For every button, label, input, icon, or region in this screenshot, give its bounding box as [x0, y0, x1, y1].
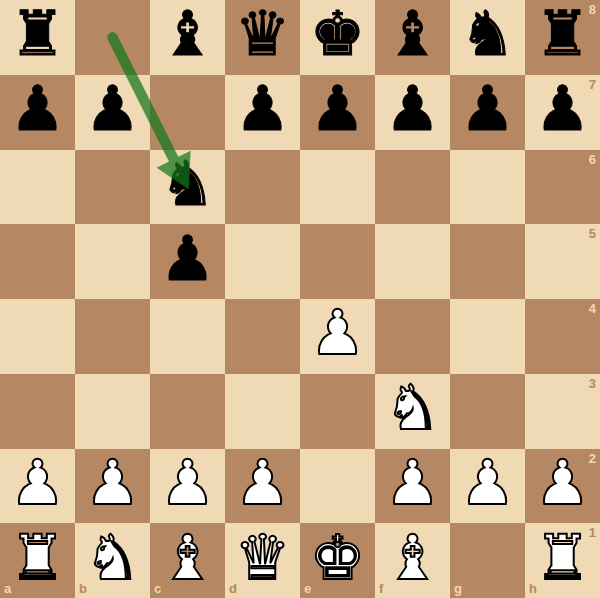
file-label-f: f: [379, 582, 383, 595]
square-c5[interactable]: ♟: [150, 224, 225, 299]
white-pawn-b2[interactable]: ♟: [85, 452, 141, 514]
black-rook-a8[interactable]: ♜: [10, 3, 66, 65]
square-f1[interactable]: f♝: [375, 523, 450, 598]
square-f6[interactable]: [375, 150, 450, 225]
square-e2[interactable]: [300, 449, 375, 524]
square-g7[interactable]: ♟: [450, 75, 525, 150]
square-f7[interactable]: ♟: [375, 75, 450, 150]
white-knight-b1[interactable]: ♞: [85, 527, 141, 589]
black-knight-c6[interactable]: ♞: [160, 153, 216, 215]
black-pawn-b7[interactable]: ♟: [85, 78, 141, 140]
square-c1[interactable]: c♝: [150, 523, 225, 598]
black-rook-h8[interactable]: ♜: [535, 3, 591, 65]
square-c8[interactable]: ♝: [150, 0, 225, 75]
black-pawn-f7[interactable]: ♟: [385, 78, 441, 140]
square-d5[interactable]: [225, 224, 300, 299]
black-knight-g8[interactable]: ♞: [460, 3, 516, 65]
rank-label-3: 3: [589, 377, 596, 390]
rank-label-4: 4: [589, 302, 596, 315]
square-g8[interactable]: ♞: [450, 0, 525, 75]
square-e4[interactable]: ♟: [300, 299, 375, 374]
square-f8[interactable]: ♝: [375, 0, 450, 75]
white-pawn-f2[interactable]: ♟: [385, 452, 441, 514]
square-a6[interactable]: [0, 150, 75, 225]
square-c7[interactable]: [150, 75, 225, 150]
square-h2[interactable]: 2♟: [525, 449, 600, 524]
square-a4[interactable]: [0, 299, 75, 374]
square-d3[interactable]: [225, 374, 300, 449]
square-f4[interactable]: [375, 299, 450, 374]
square-h4[interactable]: 4: [525, 299, 600, 374]
square-d7[interactable]: ♟: [225, 75, 300, 150]
square-h7[interactable]: 7♟: [525, 75, 600, 150]
white-pawn-a2[interactable]: ♟: [10, 452, 66, 514]
white-queen-d1[interactable]: ♛: [235, 527, 291, 589]
black-pawn-g7[interactable]: ♟: [460, 78, 516, 140]
board-grid: ♜♝♛♚♝♞8♜♟♟♟♟♟♟7♟♞6♟5♟4♞3♟♟♟♟♟♟2♟a♜b♞c♝d♛…: [0, 0, 600, 598]
black-king-e8[interactable]: ♚: [310, 3, 366, 65]
black-bishop-f8[interactable]: ♝: [385, 3, 441, 65]
black-pawn-e7[interactable]: ♟: [310, 78, 366, 140]
square-b5[interactable]: [75, 224, 150, 299]
white-rook-h1[interactable]: ♜: [535, 527, 591, 589]
square-e6[interactable]: [300, 150, 375, 225]
black-pawn-a7[interactable]: ♟: [10, 78, 66, 140]
square-c3[interactable]: [150, 374, 225, 449]
square-e1[interactable]: e♚: [300, 523, 375, 598]
square-d4[interactable]: [225, 299, 300, 374]
square-a8[interactable]: ♜: [0, 0, 75, 75]
black-pawn-h7[interactable]: ♟: [535, 78, 591, 140]
square-e7[interactable]: ♟: [300, 75, 375, 150]
white-pawn-c2[interactable]: ♟: [160, 452, 216, 514]
file-label-g: g: [454, 582, 462, 595]
rank-label-6: 6: [589, 153, 596, 166]
square-e8[interactable]: ♚: [300, 0, 375, 75]
white-bishop-c1[interactable]: ♝: [160, 527, 216, 589]
square-g4[interactable]: [450, 299, 525, 374]
square-f5[interactable]: [375, 224, 450, 299]
square-h6[interactable]: 6: [525, 150, 600, 225]
square-b3[interactable]: [75, 374, 150, 449]
square-g2[interactable]: ♟: [450, 449, 525, 524]
white-king-e1[interactable]: ♚: [310, 527, 366, 589]
square-a2[interactable]: ♟: [0, 449, 75, 524]
square-b1[interactable]: b♞: [75, 523, 150, 598]
white-pawn-e4[interactable]: ♟: [310, 302, 366, 364]
square-g3[interactable]: [450, 374, 525, 449]
black-pawn-d7[interactable]: ♟: [235, 78, 291, 140]
square-g5[interactable]: [450, 224, 525, 299]
black-bishop-c8[interactable]: ♝: [160, 3, 216, 65]
white-rook-a1[interactable]: ♜: [10, 527, 66, 589]
square-a1[interactable]: a♜: [0, 523, 75, 598]
white-knight-f3[interactable]: ♞: [385, 377, 441, 439]
square-h5[interactable]: 5: [525, 224, 600, 299]
black-queen-d8[interactable]: ♛: [235, 3, 291, 65]
square-g1[interactable]: g: [450, 523, 525, 598]
rank-label-5: 5: [589, 227, 596, 240]
square-b4[interactable]: [75, 299, 150, 374]
square-c6[interactable]: ♞: [150, 150, 225, 225]
square-e5[interactable]: [300, 224, 375, 299]
square-b7[interactable]: ♟: [75, 75, 150, 150]
chess-board: ♜♝♛♚♝♞8♜♟♟♟♟♟♟7♟♞6♟5♟4♞3♟♟♟♟♟♟2♟a♜b♞c♝d♛…: [0, 0, 600, 598]
square-c4[interactable]: [150, 299, 225, 374]
white-bishop-f1[interactable]: ♝: [385, 527, 441, 589]
square-h1[interactable]: 1h♜: [525, 523, 600, 598]
square-g6[interactable]: [450, 150, 525, 225]
square-a7[interactable]: ♟: [0, 75, 75, 150]
square-c2[interactable]: ♟: [150, 449, 225, 524]
black-pawn-c5[interactable]: ♟: [160, 228, 216, 290]
square-d1[interactable]: d♛: [225, 523, 300, 598]
square-a3[interactable]: [0, 374, 75, 449]
square-d2[interactable]: ♟: [225, 449, 300, 524]
square-b6[interactable]: [75, 150, 150, 225]
square-e3[interactable]: [300, 374, 375, 449]
square-b2[interactable]: ♟: [75, 449, 150, 524]
square-d6[interactable]: [225, 150, 300, 225]
white-pawn-h2[interactable]: ♟: [535, 452, 591, 514]
square-f2[interactable]: ♟: [375, 449, 450, 524]
white-pawn-d2[interactable]: ♟: [235, 452, 291, 514]
square-h3[interactable]: 3: [525, 374, 600, 449]
white-pawn-g2[interactable]: ♟: [460, 452, 516, 514]
square-f3[interactable]: ♞: [375, 374, 450, 449]
square-b8[interactable]: [75, 0, 150, 75]
square-d8[interactable]: ♛: [225, 0, 300, 75]
square-a5[interactable]: [0, 224, 75, 299]
square-h8[interactable]: 8♜: [525, 0, 600, 75]
